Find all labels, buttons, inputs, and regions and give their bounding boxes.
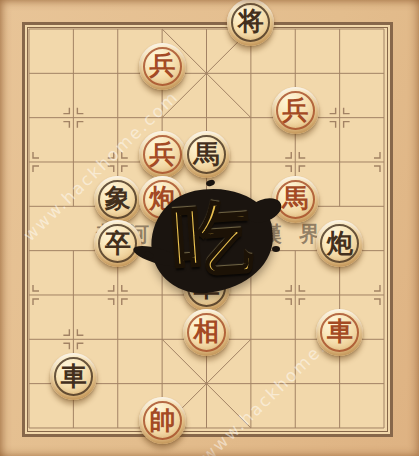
piece-red-soldier[interactable]: 兵 [139,43,186,90]
piece-black-chariot[interactable]: 車 [50,353,97,400]
piece-glyph: 車 [194,274,220,300]
piece-glyph: 兵 [149,52,175,78]
piece-glyph: 相 [194,318,220,344]
piece-glyph: 馬 [194,141,220,167]
piece-black-cannon[interactable]: 炮 [316,220,363,267]
piece-glyph: 兵 [149,141,175,167]
piece-red-general[interactable]: 帥 [139,397,186,444]
piece-glyph: 車 [327,318,353,344]
piece-black-elephant[interactable]: 象 [94,176,141,223]
piece-glyph: 帥 [149,407,175,433]
piece-red-elephant[interactable]: 相 [183,309,230,356]
piece-red-soldier[interactable]: 兵 [272,87,319,134]
piece-glyph: 車 [60,363,86,389]
piece-glyph: 卒 [105,230,131,256]
piece-glyph: 将 [238,8,264,34]
piece-glyph: 炮 [327,230,353,256]
piece-black-general[interactable]: 将 [227,0,274,46]
xiangqi-board: 楚河 漢界 www.hackhome.com www.hackhome.com … [0,0,419,456]
piece-glyph: 炮 [149,185,175,211]
piece-red-cannon[interactable]: 炮 [139,176,186,223]
piece-glyph: 馬 [282,185,308,211]
piece-red-horse[interactable]: 馬 [272,176,319,223]
piece-glyph: 兵 [282,97,308,123]
piece-glyph: 象 [105,185,131,211]
piece-red-soldier[interactable]: 兵 [139,131,186,178]
piece-red-chariot[interactable]: 車 [316,309,363,356]
